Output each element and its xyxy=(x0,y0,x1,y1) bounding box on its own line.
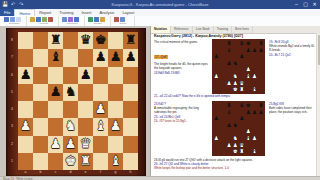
ribbon-group-variations: Variations xyxy=(60,16,85,26)
white-piece[interactable]: ♝ xyxy=(108,153,123,170)
square-h2[interactable] xyxy=(123,136,138,153)
notation-tab-best-lines[interactable]: Best lines xyxy=(232,26,253,33)
square-h6[interactable] xyxy=(258,53,264,60)
variations-tool-icon-0[interactable] xyxy=(62,17,67,22)
board-frame: 87654321 ♜♛♚♜♝♟♟♟♟♟♟♞♟♟♞♝♟♟♟♛♚♜♝ abcdefg… xyxy=(6,28,146,176)
variations-tool-icon-2[interactable] xyxy=(74,17,79,22)
ribbon-group-label: Engine xyxy=(86,22,110,25)
highlighted-move[interactable]: 17...Qe8 xyxy=(154,55,168,59)
annotation-line[interactable]: 18.Nd3 Nd5 19.Bf3 xyxy=(154,71,210,75)
square-c3[interactable] xyxy=(48,118,63,135)
square-d2[interactable]: ♟ xyxy=(63,136,78,153)
square-g8[interactable] xyxy=(108,32,123,49)
ribbon-tab-file[interactable]: File xyxy=(0,9,14,16)
clipboard-tool-icon-2[interactable] xyxy=(16,17,21,22)
square-h1[interactable] xyxy=(258,148,264,155)
file-label-c: c xyxy=(48,170,63,175)
square-h2[interactable] xyxy=(258,80,264,87)
square-h5[interactable] xyxy=(258,60,264,67)
square-h5[interactable] xyxy=(258,122,264,129)
annotation-line[interactable]: 21...a6 22.a3 cxd4?! Now the e-file is o… xyxy=(154,94,314,98)
clipboard-tool-icon-0[interactable] xyxy=(4,17,9,22)
close-button[interactable]: ✕ xyxy=(310,0,319,8)
square-g6[interactable] xyxy=(108,67,123,84)
ribbon-tab-home[interactable]: Home xyxy=(14,9,35,16)
file-label-g: g xyxy=(108,170,123,175)
engine-tool-icon-1[interactable] xyxy=(94,17,99,22)
game-tool-icon-1[interactable] xyxy=(120,17,125,22)
rank-label-8: 8 xyxy=(6,32,18,49)
black-piece[interactable]: ♟ xyxy=(258,109,264,116)
square-h7[interactable]: ♟ xyxy=(123,49,138,66)
black-piece[interactable]: ♝ xyxy=(48,49,63,66)
square-h8[interactable]: ♜ xyxy=(258,102,264,109)
annotate-tool-icon-1[interactable] xyxy=(36,17,41,22)
square-c6[interactable] xyxy=(48,67,63,84)
square-d7[interactable] xyxy=(63,49,78,66)
game-header: Kasparov,Garry (2812) - Karpov,Anatoly (… xyxy=(154,34,314,38)
file-labels: abcdefgh xyxy=(18,170,138,175)
rank-label-1: 1 xyxy=(6,153,18,170)
square-a5[interactable] xyxy=(18,84,33,101)
save-icon[interactable]: 💾 xyxy=(2,1,8,7)
annotation-line: The critical moment of the game. xyxy=(154,40,210,44)
file-label-d: d xyxy=(63,170,78,175)
square-e4[interactable] xyxy=(78,101,93,118)
square-c1[interactable] xyxy=(48,153,63,170)
status-bar: Move 24 · White to play xyxy=(0,176,320,180)
annotation-line: White keeps the bishop pair and the bett… xyxy=(154,166,314,170)
annotate-tool-icon-2[interactable] xyxy=(42,17,47,22)
quick-access-toolbar: 💾 ↶ ↷ xyxy=(2,1,24,7)
square-b3[interactable] xyxy=(33,118,48,135)
white-piece[interactable]: ♜ xyxy=(78,153,93,170)
square-h4[interactable] xyxy=(258,66,264,73)
square-d3[interactable]: ♞ xyxy=(63,118,78,135)
black-piece[interactable]: ♜ xyxy=(48,32,63,49)
engine-tool-icon-2[interactable] xyxy=(100,17,105,22)
window-title: Kasparov,G - Karpov,An annotated game - … xyxy=(70,2,250,7)
notation-scrollbar[interactable] xyxy=(316,33,320,176)
square-e1[interactable]: ♜ xyxy=(78,153,93,170)
square-a2[interactable] xyxy=(18,136,33,153)
square-c4[interactable] xyxy=(48,101,63,118)
square-f1[interactable] xyxy=(93,153,108,170)
annotation-bottom-lines: 26.f4 g6 would run into 27.Qh5! with a d… xyxy=(154,158,314,174)
window-controls: – ▢ ✕ xyxy=(292,0,319,8)
black-piece[interactable]: ♜ xyxy=(258,102,264,109)
notation-tab-training[interactable]: Training xyxy=(214,26,232,33)
file-label-e: e xyxy=(78,170,93,175)
square-b7[interactable] xyxy=(33,49,48,66)
annotate-tool-icon-3[interactable] xyxy=(48,17,53,22)
ribbon-group-label: Game xyxy=(112,22,134,25)
board-panel: 87654321 ♜♛♚♜♝♟♟♟♟♟♟♞♟♟♞♝♟♟♟♛♚♜♝ abcdefg… xyxy=(0,26,150,176)
black-piece[interactable]: ♟ xyxy=(78,67,93,84)
redo-icon[interactable]: ↷ xyxy=(18,1,24,7)
black-piece[interactable]: ♟ xyxy=(93,49,108,66)
ribbon-tab-insert[interactable]: Insert xyxy=(77,9,95,16)
square-a8[interactable] xyxy=(18,32,33,49)
black-piece[interactable]: ♜ xyxy=(258,40,264,47)
ribbon-group-engine: Engine xyxy=(86,16,111,26)
white-piece[interactable]: ♟ xyxy=(18,118,33,135)
square-a1[interactable] xyxy=(18,153,33,170)
square-c5[interactable]: ♟ xyxy=(48,84,63,101)
notation-tab-reference[interactable]: Reference xyxy=(171,26,193,33)
annotation-mid-line: 21...a6 22.a3 cxd4?! Now the e-file is o… xyxy=(154,94,314,100)
square-a3[interactable]: ♟ xyxy=(18,118,33,135)
square-h6[interactable] xyxy=(123,67,138,84)
square-h3[interactable] xyxy=(123,118,138,135)
square-d6[interactable] xyxy=(63,67,78,84)
notation-tab-bar: NotationReferenceLive BookTrainingBest l… xyxy=(151,26,320,34)
square-e7[interactable] xyxy=(78,49,93,66)
square-g5[interactable] xyxy=(108,84,123,101)
ribbon-group-label: Clipboard xyxy=(2,22,26,25)
engine-tool-icon-0[interactable] xyxy=(88,17,93,22)
notation-tab-live-book[interactable]: Live Book xyxy=(193,26,214,33)
square-g4[interactable] xyxy=(108,101,123,118)
square-b6[interactable] xyxy=(33,67,48,84)
square-f2[interactable] xyxy=(93,136,108,153)
ribbon-group-game: Game xyxy=(112,16,135,26)
square-b4[interactable] xyxy=(33,101,48,118)
annotation-line: Both sides have completed their plans; t… xyxy=(269,106,315,114)
ribbon-group-clipboard: Clipboard xyxy=(2,16,27,26)
annotation-column-left-2: 23.Kd1!?A remarkable regrouping; the kin… xyxy=(154,102,210,158)
ribbon-tab-report[interactable]: Report xyxy=(35,9,55,16)
black-piece[interactable]: ♚ xyxy=(93,32,108,49)
white-piece[interactable]: ♚ xyxy=(63,153,78,170)
square-g1[interactable]: ♝ xyxy=(108,153,123,170)
rank-label-6: 6 xyxy=(6,67,18,84)
game-tool-icon-0[interactable] xyxy=(114,17,119,22)
black-piece[interactable]: ♟ xyxy=(123,49,138,66)
square-h6[interactable] xyxy=(258,115,264,122)
square-g3[interactable]: ♟ xyxy=(108,118,123,135)
black-piece[interactable]: ♛ xyxy=(78,32,93,49)
rank-labels: 87654321 xyxy=(6,32,18,170)
white-piece[interactable]: ♟ xyxy=(93,101,108,118)
file-label-f: f xyxy=(93,170,108,175)
square-d5[interactable]: ♞ xyxy=(63,84,78,101)
square-f7[interactable]: ♟ xyxy=(93,49,108,66)
square-a6[interactable]: ♟ xyxy=(18,67,33,84)
annotation-line: 24...f5? loses to 25.Ng5. xyxy=(154,119,210,123)
ribbon-group-annotate: Annotate xyxy=(28,16,59,26)
mini-diagram-1[interactable]: ♜♛♚♜♝♟♟♟♟♟♟♞♟♟♞♝♟♟♟♛♚♜♝ xyxy=(212,39,265,94)
square-h5[interactable] xyxy=(123,84,138,101)
black-piece[interactable]: ♟ xyxy=(18,67,33,84)
ribbon-tab-training[interactable]: Training xyxy=(55,9,77,16)
square-h3[interactable] xyxy=(258,73,264,80)
annotation-line: A remarkable regrouping; the king sidest… xyxy=(154,106,210,114)
square-c8[interactable]: ♜ xyxy=(48,32,63,49)
square-f5[interactable] xyxy=(93,84,108,101)
square-h4[interactable] xyxy=(123,101,138,118)
square-b1[interactable] xyxy=(33,153,48,170)
square-c2[interactable]: ♟ xyxy=(48,136,63,153)
square-e8[interactable]: ♛ xyxy=(78,32,93,49)
square-a7[interactable] xyxy=(18,49,33,66)
annotation-column-right-1: 19...Rc8 20.g3White intends Bg2 and a ti… xyxy=(269,40,315,96)
square-f6[interactable] xyxy=(93,67,108,84)
ribbon-group-label: Annotate xyxy=(28,22,58,25)
minimize-button[interactable]: – xyxy=(292,0,301,8)
rank-label-4: 4 xyxy=(6,101,18,118)
file-label-h: h xyxy=(123,170,138,175)
white-piece[interactable]: ♞ xyxy=(63,118,78,135)
square-h2[interactable] xyxy=(258,142,264,149)
white-piece[interactable]: ♝ xyxy=(93,118,108,135)
square-g2[interactable] xyxy=(108,136,123,153)
rank-label-3: 3 xyxy=(6,118,18,135)
maximize-button[interactable]: ▢ xyxy=(301,0,310,8)
square-e2[interactable]: ♛ xyxy=(78,136,93,153)
square-f4[interactable]: ♟ xyxy=(93,101,108,118)
annotate-tool-icon-0[interactable] xyxy=(30,17,35,22)
undo-icon[interactable]: ↶ xyxy=(10,1,16,7)
square-b5[interactable] xyxy=(33,84,48,101)
square-h4[interactable] xyxy=(258,128,264,135)
square-h1[interactable] xyxy=(258,86,264,93)
white-piece[interactable]: ♟ xyxy=(48,136,63,153)
black-piece[interactable]: ♟ xyxy=(108,49,123,66)
square-e6[interactable]: ♟ xyxy=(78,67,93,84)
square-f8[interactable]: ♚ xyxy=(93,32,108,49)
annotation-column-right-2: 25.Bg1 Kf8Both sides have completed thei… xyxy=(269,102,315,158)
square-h7[interactable]: ♟ xyxy=(258,109,264,116)
square-b2[interactable] xyxy=(33,136,48,153)
title-bar: 💾 ↶ ↷ Kasparov,G - Karpov,An annotated g… xyxy=(0,0,320,9)
square-b8[interactable] xyxy=(33,32,48,49)
square-f3[interactable]: ♝ xyxy=(93,118,108,135)
white-piece[interactable]: ♛ xyxy=(78,136,93,153)
black-piece[interactable]: ♟ xyxy=(258,47,264,54)
annotation-line[interactable]: 20...Bc7 21.Qe2 xyxy=(269,53,315,57)
square-h1[interactable] xyxy=(123,153,138,170)
ribbon-tab-analysis[interactable]: Analysis xyxy=(95,9,118,16)
notation-panel: NotationReferenceLive BookTrainingBest l… xyxy=(150,26,320,176)
rank-label-2: 2 xyxy=(6,136,18,153)
square-h7[interactable]: ♟ xyxy=(258,47,264,54)
square-h8[interactable]: ♜ xyxy=(123,32,138,49)
black-piece[interactable]: ♜ xyxy=(123,32,138,49)
square-e3[interactable] xyxy=(78,118,93,135)
square-e5[interactable] xyxy=(78,84,93,101)
white-piece[interactable]: ♟ xyxy=(108,118,123,135)
annotation-line: The knight heads for d5, the queen eyes … xyxy=(154,62,210,70)
main-chess-board[interactable]: ♜♛♚♜♝♟♟♟♟♟♟♞♟♟♞♝♟♟♟♛♚♜♝ xyxy=(18,32,138,170)
black-piece[interactable]: ♟ xyxy=(48,84,63,101)
square-h3[interactable] xyxy=(258,135,264,142)
black-piece[interactable]: ♞ xyxy=(63,84,78,101)
square-d1[interactable]: ♚ xyxy=(63,153,78,170)
status-text: Move 24 · White to play xyxy=(3,177,32,180)
annotation-line: White intends Bg2 and a timely f4-f5 bre… xyxy=(269,44,315,52)
notation-tab-notation[interactable]: Notation xyxy=(151,26,171,33)
ribbon-group-label: Variations xyxy=(60,22,84,25)
rank-label-5: 5 xyxy=(6,84,18,101)
ribbon-tab-layout[interactable]: Layout xyxy=(118,9,138,16)
mini-diagram-2[interactable]: ♜♛♚♜♝♟♟♟♟♟♟♞♟♟♞♝♟♟♟♛♚♜♝ xyxy=(212,101,265,156)
clipboard-tool-icon-1[interactable] xyxy=(10,17,15,22)
annotation-column-left-1: The critical moment of the game.17...Qe8… xyxy=(154,40,210,96)
square-g7[interactable]: ♟ xyxy=(108,49,123,66)
square-d8[interactable] xyxy=(63,32,78,49)
square-c7[interactable]: ♝ xyxy=(48,49,63,66)
square-d4[interactable] xyxy=(63,101,78,118)
rank-label-7: 7 xyxy=(6,49,18,66)
square-a4[interactable] xyxy=(18,101,33,118)
white-piece[interactable]: ♟ xyxy=(63,136,78,153)
file-label-b: b xyxy=(33,170,48,175)
chessbase-window: 💾 ↶ ↷ Kasparov,G - Karpov,An annotated g… xyxy=(0,0,320,180)
file-label-a: a xyxy=(18,170,33,175)
variations-tool-icon-1[interactable] xyxy=(68,17,73,22)
square-h8[interactable]: ♜ xyxy=(258,40,264,47)
